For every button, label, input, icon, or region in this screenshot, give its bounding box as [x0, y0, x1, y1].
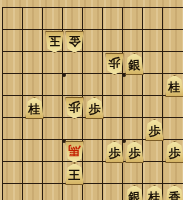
board-square[interactable] — [103, 30, 123, 52]
board-square[interactable] — [3, 30, 23, 52]
piece-kanji: 香 — [169, 191, 181, 200]
board-square[interactable] — [83, 30, 103, 52]
board-square[interactable] — [143, 74, 163, 96]
board-square[interactable] — [163, 8, 183, 30]
board-square[interactable] — [83, 74, 103, 96]
piece-kanji: 銀 — [129, 191, 141, 200]
piece-kanji: 桂 — [169, 81, 181, 93]
piece-kanji: 玉 — [49, 35, 61, 47]
board-square[interactable] — [23, 184, 43, 200]
board-square[interactable] — [43, 184, 63, 200]
board-square[interactable] — [83, 8, 103, 30]
board-square[interactable] — [43, 140, 63, 162]
board-square[interactable] — [43, 52, 63, 74]
board-square[interactable] — [23, 162, 43, 184]
board-square[interactable] — [143, 96, 163, 118]
board-square[interactable] — [43, 96, 63, 118]
board-square[interactable] — [143, 8, 163, 30]
board-square[interactable] — [103, 96, 123, 118]
board-square[interactable] — [83, 162, 103, 184]
board-square[interactable] — [143, 30, 163, 52]
board-square[interactable] — [3, 52, 23, 74]
board-square[interactable] — [143, 162, 163, 184]
piece-kanji: 銀 — [129, 59, 141, 71]
board-square[interactable] — [123, 118, 143, 140]
piece-kanji: 歩 — [89, 103, 101, 115]
board-square[interactable] — [43, 118, 63, 140]
board-square[interactable] — [83, 184, 103, 200]
board-square[interactable] — [83, 52, 103, 74]
board-square[interactable] — [143, 52, 163, 74]
board-square[interactable] — [63, 52, 83, 74]
piece-kanji: 歩 — [69, 101, 81, 113]
piece-kanji: 桂 — [29, 103, 41, 115]
board-square[interactable] — [63, 8, 83, 30]
board-square[interactable] — [163, 52, 183, 74]
shogi-board-screenshot: 玉金歩銀桂桂歩歩歩馬歩歩歩王銀桂香 — [0, 0, 183, 200]
board-square[interactable] — [103, 74, 123, 96]
board-square[interactable] — [163, 96, 183, 118]
board-square[interactable] — [43, 74, 63, 96]
piece-kanji: 歩 — [109, 147, 121, 159]
board-square[interactable] — [63, 184, 83, 200]
board-square[interactable] — [123, 96, 143, 118]
board-square[interactable] — [3, 96, 23, 118]
board-square[interactable] — [163, 162, 183, 184]
board-square[interactable] — [23, 52, 43, 74]
star-point — [122, 73, 126, 77]
board-square[interactable] — [23, 74, 43, 96]
board-square[interactable] — [23, 118, 43, 140]
board-square[interactable] — [103, 184, 123, 200]
board-square[interactable] — [3, 162, 23, 184]
board-square[interactable] — [63, 74, 83, 96]
board-square[interactable] — [143, 140, 163, 162]
board-square[interactable] — [123, 162, 143, 184]
piece-kanji: 王 — [69, 169, 81, 181]
board-square[interactable] — [23, 8, 43, 30]
piece-kanji: 歩 — [109, 57, 121, 69]
board-square[interactable] — [23, 30, 43, 52]
board-square[interactable] — [123, 74, 143, 96]
board-square[interactable] — [163, 30, 183, 52]
piece-kanji: 桂 — [149, 191, 161, 200]
board-square[interactable] — [43, 162, 63, 184]
board-square[interactable] — [83, 140, 103, 162]
board-square[interactable] — [123, 30, 143, 52]
board-square[interactable] — [63, 118, 83, 140]
board-square[interactable] — [3, 184, 23, 200]
board-square[interactable] — [123, 8, 143, 30]
star-point — [62, 73, 66, 77]
star-point — [122, 139, 126, 143]
board-square[interactable] — [3, 74, 23, 96]
piece-kanji: 歩 — [129, 147, 141, 159]
piece-kanji: 歩 — [169, 147, 181, 159]
piece-kanji: 馬 — [69, 145, 81, 157]
board-square[interactable] — [163, 118, 183, 140]
board-square[interactable] — [3, 118, 23, 140]
board-square[interactable] — [83, 118, 103, 140]
board-square[interactable] — [103, 8, 123, 30]
board-square[interactable] — [3, 140, 23, 162]
piece-kanji: 歩 — [149, 125, 161, 137]
piece-kanji: 金 — [69, 35, 81, 47]
shogi-board: 玉金歩銀桂桂歩歩歩馬歩歩歩王銀桂香 — [2, 7, 183, 200]
board-square[interactable] — [103, 118, 123, 140]
board-square[interactable] — [43, 8, 63, 30]
board-square[interactable] — [23, 140, 43, 162]
board-square[interactable] — [3, 8, 23, 30]
board-square[interactable] — [103, 162, 123, 184]
